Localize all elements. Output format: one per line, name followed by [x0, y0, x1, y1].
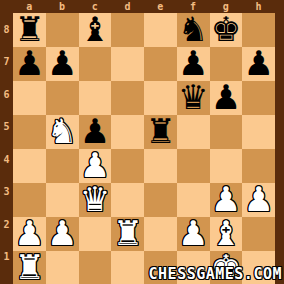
square-f8: ♞	[177, 13, 210, 47]
square-c8: ♝	[79, 13, 112, 47]
piece-white-rook: ♜	[14, 250, 44, 284]
piece-white-bishop: ♝	[211, 216, 241, 250]
square-d2: ♜	[111, 217, 144, 251]
square-d6	[111, 81, 144, 115]
rank-label-1: 1	[0, 241, 13, 274]
piece-black-pawn: ♟	[14, 46, 44, 80]
square-a1: ♜	[13, 251, 46, 284]
square-c2	[79, 217, 112, 251]
rank-label-4: 4	[0, 143, 13, 176]
rank-label-2: 2	[0, 208, 13, 241]
square-c1	[79, 251, 112, 284]
piece-white-pawn: ♟	[178, 216, 208, 250]
square-f6: ♛	[177, 81, 210, 115]
square-h6	[242, 81, 275, 115]
square-a5	[13, 115, 46, 149]
rank-label-5: 5	[0, 111, 13, 144]
square-c3: ♛	[79, 183, 112, 217]
square-g7	[210, 47, 243, 81]
chess-board: ♜♝♞♚♟♟♟♟♛♟♞♟♜♟♛♟♟♟♟♜♟♝♜♚	[13, 13, 275, 273]
square-e7	[144, 47, 177, 81]
square-c4: ♟	[79, 149, 112, 183]
square-e3	[144, 183, 177, 217]
square-b5: ♞	[46, 115, 79, 149]
piece-white-knight: ♞	[47, 114, 77, 148]
square-h5	[242, 115, 275, 149]
piece-black-pawn: ♟	[211, 80, 241, 114]
square-f5	[177, 115, 210, 149]
rank-label-8: 8	[0, 13, 13, 46]
piece-white-pawn: ♟	[211, 182, 241, 216]
square-b6	[46, 81, 79, 115]
square-b1	[46, 251, 79, 284]
square-e8	[144, 13, 177, 47]
chessgames-watermark: CHESSGAMES.COM	[149, 265, 282, 283]
square-f2: ♟	[177, 217, 210, 251]
square-g5	[210, 115, 243, 149]
square-b2: ♟	[46, 217, 79, 251]
square-b4	[46, 149, 79, 183]
piece-black-queen: ♛	[178, 80, 208, 114]
square-e6	[144, 81, 177, 115]
square-a2: ♟	[13, 217, 46, 251]
file-label-d: d	[111, 0, 144, 13]
square-g8: ♚	[210, 13, 243, 47]
square-a6	[13, 81, 46, 115]
square-e2	[144, 217, 177, 251]
square-g3: ♟	[210, 183, 243, 217]
square-g4	[210, 149, 243, 183]
square-c6	[79, 81, 112, 115]
piece-black-rook: ♜	[14, 12, 44, 46]
square-h4	[242, 149, 275, 183]
piece-black-king: ♚	[211, 12, 241, 46]
square-b7: ♟	[46, 47, 79, 81]
square-f3	[177, 183, 210, 217]
piece-black-bishop: ♝	[80, 12, 110, 46]
piece-white-pawn: ♟	[243, 182, 273, 216]
piece-white-queen: ♛	[80, 182, 110, 216]
rank-label-7: 7	[0, 46, 13, 79]
square-a3	[13, 183, 46, 217]
square-h8	[242, 13, 275, 47]
piece-white-pawn: ♟	[80, 148, 110, 182]
square-d4	[111, 149, 144, 183]
piece-white-pawn: ♟	[47, 216, 77, 250]
square-e4	[144, 149, 177, 183]
square-b3	[46, 183, 79, 217]
piece-black-knight: ♞	[178, 12, 208, 46]
file-label-b: b	[46, 0, 79, 13]
square-c5: ♟	[79, 115, 112, 149]
piece-black-rook: ♜	[145, 114, 175, 148]
square-b8	[46, 13, 79, 47]
square-a7: ♟	[13, 47, 46, 81]
piece-black-pawn: ♟	[243, 46, 273, 80]
square-a4	[13, 149, 46, 183]
square-h3: ♟	[242, 183, 275, 217]
square-d7	[111, 47, 144, 81]
piece-white-rook: ♜	[112, 216, 142, 250]
piece-black-pawn: ♟	[178, 46, 208, 80]
square-d3	[111, 183, 144, 217]
file-label-e: e	[144, 0, 177, 13]
square-d8	[111, 13, 144, 47]
square-g2: ♝	[210, 217, 243, 251]
piece-white-pawn: ♟	[14, 216, 44, 250]
square-d5	[111, 115, 144, 149]
square-g6: ♟	[210, 81, 243, 115]
square-h2	[242, 217, 275, 251]
square-a8: ♜	[13, 13, 46, 47]
piece-black-pawn: ♟	[47, 46, 77, 80]
file-label-h: h	[242, 0, 275, 13]
square-d1	[111, 251, 144, 284]
square-c7	[79, 47, 112, 81]
square-e5: ♜	[144, 115, 177, 149]
rank-label-3: 3	[0, 176, 13, 209]
square-h7: ♟	[242, 47, 275, 81]
piece-black-pawn: ♟	[80, 114, 110, 148]
square-f4	[177, 149, 210, 183]
chess-diagram: abcdefgh 87654321 ♜♝♞♚♟♟♟♟♛♟♞♟♜♟♛♟♟♟♟♜♟♝…	[0, 0, 284, 284]
rank-label-6: 6	[0, 78, 13, 111]
square-f7: ♟	[177, 47, 210, 81]
rank-labels: 87654321	[0, 13, 13, 273]
